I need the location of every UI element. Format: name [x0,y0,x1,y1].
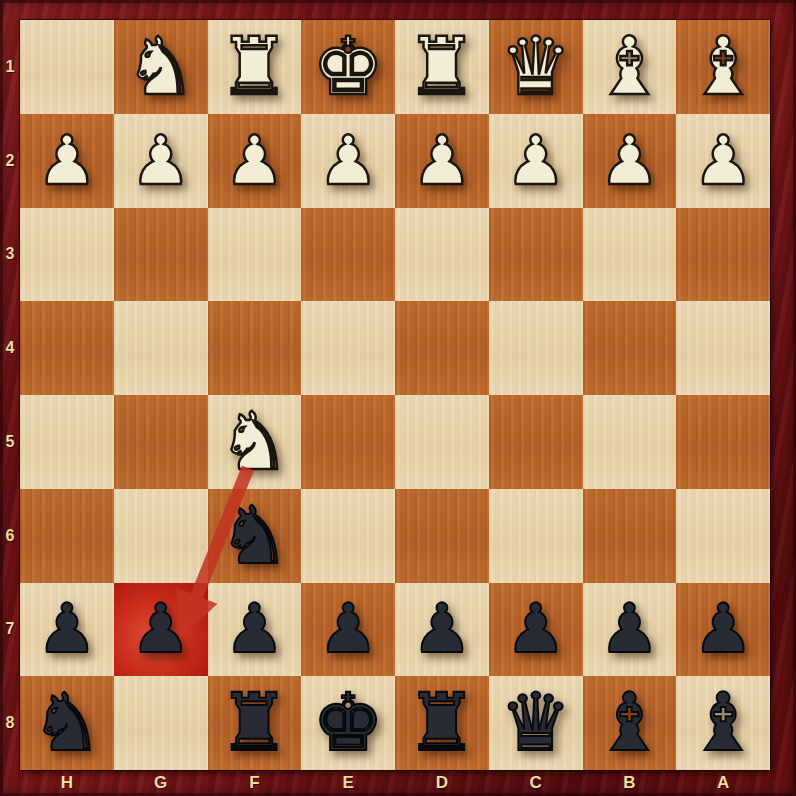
square-d2[interactable]: ♟ [395,114,489,208]
piece-black-queen[interactable]: ♛ [489,676,583,770]
square-d8[interactable]: ♜ [395,676,489,770]
square-g3[interactable] [114,208,208,302]
piece-white-king[interactable]: ♚ [301,20,395,114]
piece-black-rook[interactable]: ♜ [208,676,302,770]
square-f7[interactable]: ♟ [208,583,302,677]
square-e7[interactable]: ♟ [301,583,395,677]
square-b6[interactable] [583,489,677,583]
file-label-e: E [301,770,395,796]
file-label-d: D [395,770,489,796]
piece-white-knight[interactable]: ♞ [208,395,302,489]
square-h1[interactable] [20,20,114,114]
piece-black-pawn[interactable]: ♟ [114,583,208,677]
square-g2[interactable]: ♟ [114,114,208,208]
piece-black-pawn[interactable]: ♟ [208,583,302,677]
piece-white-pawn[interactable]: ♟ [301,114,395,208]
rank-label-8: 8 [0,676,20,770]
piece-white-pawn[interactable]: ♟ [395,114,489,208]
square-d3[interactable] [395,208,489,302]
square-a2[interactable]: ♟ [676,114,770,208]
piece-black-pawn[interactable]: ♟ [20,583,114,677]
file-label-a: A [676,770,770,796]
piece-white-pawn[interactable]: ♟ [489,114,583,208]
square-e2[interactable]: ♟ [301,114,395,208]
square-c7[interactable]: ♟ [489,583,583,677]
chess-board: ♞♜♚♜♛♝♝♟♟♟♟♟♟♟♟♞♞♟♟♟♟♟♟♟♟♞♜♚♜♛♝♝ [20,20,770,770]
file-label-c: C [489,770,583,796]
square-b8[interactable]: ♝ [583,676,677,770]
board-frame: 12345678 ♞♜♚♜♛♝♝♟♟♟♟♟♟♟♟♞♞♟♟♟♟♟♟♟♟♞♜♚♜♛♝… [0,0,796,796]
piece-white-pawn[interactable]: ♟ [208,114,302,208]
square-b4[interactable] [583,301,677,395]
rank-label-6: 6 [0,489,20,583]
piece-white-rook[interactable]: ♜ [208,20,302,114]
file-label-f: F [208,770,302,796]
rank-label-7: 7 [0,583,20,677]
square-c8[interactable]: ♛ [489,676,583,770]
piece-black-pawn[interactable]: ♟ [301,583,395,677]
square-h8[interactable]: ♞ [20,676,114,770]
square-b2[interactable]: ♟ [583,114,677,208]
square-d7[interactable]: ♟ [395,583,489,677]
square-h2[interactable]: ♟ [20,114,114,208]
square-e1[interactable]: ♚ [301,20,395,114]
piece-white-knight[interactable]: ♞ [114,20,208,114]
square-c5[interactable] [489,395,583,489]
square-e6[interactable] [301,489,395,583]
piece-white-queen[interactable]: ♛ [489,20,583,114]
square-f4[interactable] [208,301,302,395]
square-g1[interactable]: ♞ [114,20,208,114]
piece-white-pawn[interactable]: ♟ [20,114,114,208]
square-f5[interactable]: ♞ [208,395,302,489]
file-label-b: B [583,770,677,796]
piece-white-rook[interactable]: ♜ [395,20,489,114]
piece-white-bishop[interactable]: ♝ [583,20,677,114]
square-f6[interactable]: ♞ [208,489,302,583]
square-a3[interactable] [676,208,770,302]
piece-black-king[interactable]: ♚ [301,676,395,770]
square-e4[interactable] [301,301,395,395]
rank-labels: 12345678 [0,20,20,770]
square-a4[interactable] [676,301,770,395]
square-b1[interactable]: ♝ [583,20,677,114]
square-b5[interactable] [583,395,677,489]
square-g7[interactable]: ♟ [114,583,208,677]
rank-label-5: 5 [0,395,20,489]
piece-white-pawn[interactable]: ♟ [676,114,770,208]
square-g4[interactable] [114,301,208,395]
piece-black-pawn[interactable]: ♟ [489,583,583,677]
square-h6[interactable] [20,489,114,583]
square-c3[interactable] [489,208,583,302]
square-d5[interactable] [395,395,489,489]
rank-label-1: 1 [0,20,20,114]
piece-black-pawn[interactable]: ♟ [676,583,770,677]
piece-black-rook[interactable]: ♜ [395,676,489,770]
rank-label-3: 3 [0,208,20,302]
square-c4[interactable] [489,301,583,395]
piece-black-pawn[interactable]: ♟ [395,583,489,677]
square-c1[interactable]: ♛ [489,20,583,114]
square-e5[interactable] [301,395,395,489]
piece-black-bishop[interactable]: ♝ [583,676,677,770]
rank-label-2: 2 [0,114,20,208]
square-g8[interactable] [114,676,208,770]
square-a6[interactable] [676,489,770,583]
square-a7[interactable]: ♟ [676,583,770,677]
square-e3[interactable] [301,208,395,302]
square-a5[interactable] [676,395,770,489]
square-d6[interactable] [395,489,489,583]
file-label-g: G [114,770,208,796]
piece-white-bishop[interactable]: ♝ [676,20,770,114]
piece-black-knight[interactable]: ♞ [20,676,114,770]
square-g6[interactable] [114,489,208,583]
piece-white-pawn[interactable]: ♟ [583,114,677,208]
square-h5[interactable] [20,395,114,489]
square-f2[interactable]: ♟ [208,114,302,208]
square-c2[interactable]: ♟ [489,114,583,208]
square-g5[interactable] [114,395,208,489]
square-h7[interactable]: ♟ [20,583,114,677]
square-b7[interactable]: ♟ [583,583,677,677]
square-f8[interactable]: ♜ [208,676,302,770]
piece-black-knight[interactable]: ♞ [208,489,302,583]
piece-black-pawn[interactable]: ♟ [583,583,677,677]
square-a8[interactable]: ♝ [676,676,770,770]
square-h3[interactable] [20,208,114,302]
square-e8[interactable]: ♚ [301,676,395,770]
square-c6[interactable] [489,489,583,583]
piece-black-bishop[interactable]: ♝ [676,676,770,770]
rank-label-4: 4 [0,301,20,395]
file-labels: HGFEDCBA [20,770,770,796]
square-d1[interactable]: ♜ [395,20,489,114]
square-f1[interactable]: ♜ [208,20,302,114]
piece-white-pawn[interactable]: ♟ [114,114,208,208]
file-label-h: H [20,770,114,796]
square-b3[interactable] [583,208,677,302]
square-d4[interactable] [395,301,489,395]
square-h4[interactable] [20,301,114,395]
square-a1[interactable]: ♝ [676,20,770,114]
square-f3[interactable] [208,208,302,302]
